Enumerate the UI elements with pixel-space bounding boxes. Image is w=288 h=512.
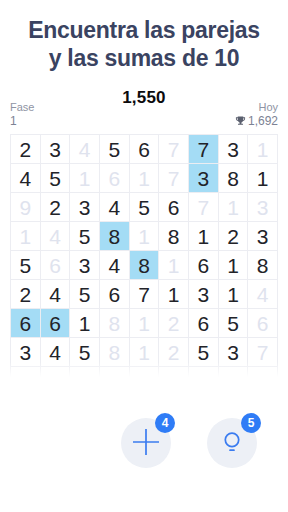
cell-r1c5[interactable]: 6 [130,135,159,163]
cell-r4c8[interactable]: 2 [219,222,248,250]
cell-r1c3[interactable]: 4 [70,135,99,163]
cell-r8c5[interactable]: 1 [130,338,159,366]
cell-r8c7[interactable]: 5 [189,338,218,366]
plus-icon [131,427,161,460]
cell-r1c9[interactable]: 1 [248,135,277,163]
cell-r2c1[interactable]: 4 [11,164,40,192]
lightbulb-icon [219,429,245,458]
cell-r5c3[interactable]: 3 [70,251,99,279]
cell-r4c2[interactable]: 4 [41,222,70,250]
cell-r3c9[interactable]: 3 [248,193,277,221]
cell-r5c8[interactable]: 1 [219,251,248,279]
cell-r4c9[interactable]: 3 [248,222,277,250]
cell-r8c3[interactable]: 5 [70,338,99,366]
cell-r2c7[interactable]: 3 [189,164,218,192]
cell-stub-c9 [248,367,277,377]
cell-r2c8[interactable]: 8 [219,164,248,192]
cell-stub-c6 [159,367,188,377]
board: 2345677314516173819234567131458181235634… [10,134,278,378]
cell-r1c2[interactable]: 3 [41,135,70,163]
cell-r1c7[interactable]: 7 [189,135,218,163]
cell-r4c4[interactable]: 8 [100,222,129,250]
cell-stub-c2 [41,367,70,377]
cell-r4c6[interactable]: 8 [159,222,188,250]
cell-r7c7[interactable]: 6 [189,309,218,337]
cell-r3c1[interactable]: 9 [11,193,40,221]
cell-r8c6[interactable]: 2 [159,338,188,366]
cell-r1c8[interactable]: 3 [219,135,248,163]
cell-r4c3[interactable]: 5 [70,222,99,250]
cell-r6c6[interactable]: 1 [159,280,188,308]
cell-r6c2[interactable]: 4 [41,280,70,308]
add-badge: 4 [155,413,175,433]
cell-r3c3[interactable]: 3 [70,193,99,221]
cell-r5c7[interactable]: 6 [189,251,218,279]
cell-r2c9[interactable]: 1 [248,164,277,192]
cell-stub-c4 [100,367,129,377]
cell-r3c2[interactable]: 2 [41,193,70,221]
cell-r6c3[interactable]: 5 [70,280,99,308]
title-line-1: Encuentra las parejas [0,16,288,44]
cell-r7c3[interactable]: 1 [70,309,99,337]
today-block: Hoy 1,692 [235,101,278,129]
cell-r5c1[interactable]: 5 [11,251,40,279]
cell-r5c6[interactable]: 1 [159,251,188,279]
add-numbers-button[interactable]: 4 [121,418,171,468]
cell-r4c5[interactable]: 1 [130,222,159,250]
cell-r3c6[interactable]: 6 [159,193,188,221]
cell-r8c1[interactable]: 3 [11,338,40,366]
cell-r4c1[interactable]: 1 [11,222,40,250]
cell-r2c3[interactable]: 1 [70,164,99,192]
hint-button[interactable]: 5 [207,418,257,468]
hint-badge: 5 [241,413,261,433]
cell-stub-c3 [70,367,99,377]
cell-r4c7[interactable]: 1 [189,222,218,250]
phase-block: Fase 1 [10,101,34,128]
cell-r5c9[interactable]: 8 [248,251,277,279]
phase-label: Fase [10,101,34,114]
cell-r5c5[interactable]: 8 [130,251,159,279]
cell-r6c8[interactable]: 1 [219,280,248,308]
cell-r2c6[interactable]: 7 [159,164,188,192]
cell-r7c5[interactable]: 1 [130,309,159,337]
cell-r7c9[interactable]: 6 [248,309,277,337]
cell-r6c7[interactable]: 3 [189,280,218,308]
phase-value: 1 [10,115,34,128]
page-title: Encuentra las parejas y las sumas de 10 [0,16,288,72]
cell-r3c5[interactable]: 5 [130,193,159,221]
cell-r2c2[interactable]: 5 [41,164,70,192]
cell-stub-c8 [219,367,248,377]
cell-r3c4[interactable]: 4 [100,193,129,221]
cell-r6c5[interactable]: 7 [130,280,159,308]
cell-r1c4[interactable]: 5 [100,135,129,163]
cell-r6c1[interactable]: 2 [11,280,40,308]
cell-stub-c1 [11,367,40,377]
today-value: 1,692 [248,114,278,128]
cell-r8c4[interactable]: 8 [100,338,129,366]
cell-r3c8[interactable]: 1 [219,193,248,221]
cell-r6c9[interactable]: 4 [248,280,277,308]
cell-r5c2[interactable]: 6 [41,251,70,279]
cell-r5c4[interactable]: 4 [100,251,129,279]
today-label: Hoy [235,101,278,114]
cell-r7c4[interactable]: 8 [100,309,129,337]
cell-r8c2[interactable]: 4 [41,338,70,366]
title-line-2: y las sumas de 10 [0,44,288,72]
cell-r7c6[interactable]: 2 [159,309,188,337]
cell-r1c1[interactable]: 2 [11,135,40,163]
cell-r7c1[interactable]: 6 [11,309,40,337]
cell-stub-c7 [189,367,218,377]
cell-r7c8[interactable]: 5 [219,309,248,337]
cell-r1c6[interactable]: 7 [159,135,188,163]
cell-r3c7[interactable]: 7 [189,193,218,221]
board-wrap: 2345677314516173819234567131458181235634… [10,134,278,378]
cell-r2c5[interactable]: 1 [130,164,159,192]
cell-r8c8[interactable]: 3 [219,338,248,366]
cell-stub-c5 [130,367,159,377]
trophy-icon [235,115,246,129]
cell-r8c9[interactable]: 7 [248,338,277,366]
cell-r2c4[interactable]: 6 [100,164,129,192]
cell-r7c2[interactable]: 6 [41,309,70,337]
today-score: 1,692 [235,115,278,129]
cell-r6c4[interactable]: 6 [100,280,129,308]
